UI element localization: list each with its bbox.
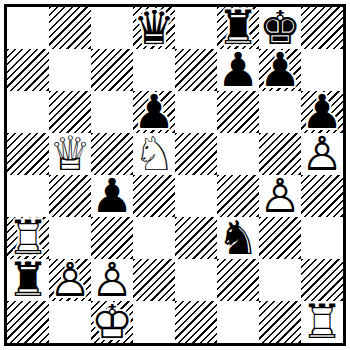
square-e4[interactable] xyxy=(175,175,217,217)
queen-glyph-outline: ♕ xyxy=(49,133,91,175)
square-b2[interactable]: ♟♙ xyxy=(49,259,91,301)
square-e8[interactable] xyxy=(175,7,217,49)
square-e5[interactable] xyxy=(175,133,217,175)
piece-black-king-g8[interactable]: ♚ xyxy=(259,7,301,49)
square-b1[interactable] xyxy=(49,301,91,343)
chessboard: ♛♜♚♟♟♟♟♛♕♞♘♟♙♟♟♙♜♖♞♜♟♙♟♙♚♔♜♖ xyxy=(7,7,343,343)
square-h2[interactable] xyxy=(301,259,343,301)
piece-black-rook-a2[interactable]: ♜ xyxy=(7,259,49,301)
square-g7[interactable]: ♟ xyxy=(259,49,301,91)
square-a6[interactable] xyxy=(7,91,49,133)
square-h8[interactable] xyxy=(301,7,343,49)
square-a3[interactable]: ♜♖ xyxy=(7,217,49,259)
square-c5[interactable] xyxy=(91,133,133,175)
square-h6[interactable]: ♟ xyxy=(301,91,343,133)
rook-glyph-fill: ♜ xyxy=(7,259,49,301)
square-h3[interactable] xyxy=(301,217,343,259)
square-a7[interactable] xyxy=(7,49,49,91)
square-b5[interactable]: ♛♕ xyxy=(49,133,91,175)
piece-white-queen-b5[interactable]: ♛♕ xyxy=(49,133,91,175)
square-g5[interactable] xyxy=(259,133,301,175)
square-e1[interactable] xyxy=(175,301,217,343)
rook-glyph-fill: ♜ xyxy=(217,7,259,49)
square-c2[interactable]: ♟♙ xyxy=(91,259,133,301)
piece-black-pawn-c4[interactable]: ♟ xyxy=(91,175,133,217)
square-a4[interactable] xyxy=(7,175,49,217)
piece-white-pawn-b2[interactable]: ♟♙ xyxy=(49,259,91,301)
square-c7[interactable] xyxy=(91,49,133,91)
square-c1[interactable]: ♚♔ xyxy=(91,301,133,343)
piece-black-knight-f3[interactable]: ♞ xyxy=(217,217,259,259)
board-border: ♛♜♚♟♟♟♟♛♕♞♘♟♙♟♟♙♜♖♞♜♟♙♟♙♚♔♜♖ xyxy=(4,4,346,346)
square-d2[interactable] xyxy=(133,259,175,301)
square-d4[interactable] xyxy=(133,175,175,217)
square-f4[interactable] xyxy=(217,175,259,217)
square-a2[interactable]: ♜ xyxy=(7,259,49,301)
square-f6[interactable] xyxy=(217,91,259,133)
pawn-glyph-fill: ♟ xyxy=(217,49,259,91)
pawn-glyph-outline: ♙ xyxy=(49,259,91,301)
square-f3[interactable]: ♞ xyxy=(217,217,259,259)
piece-white-rook-h1[interactable]: ♜♖ xyxy=(301,301,343,343)
square-h7[interactable] xyxy=(301,49,343,91)
square-d8[interactable]: ♛ xyxy=(133,7,175,49)
square-h4[interactable] xyxy=(301,175,343,217)
square-h1[interactable]: ♜♖ xyxy=(301,301,343,343)
square-f2[interactable] xyxy=(217,259,259,301)
square-h5[interactable]: ♟♙ xyxy=(301,133,343,175)
piece-white-pawn-c2[interactable]: ♟♙ xyxy=(91,259,133,301)
square-a8[interactable] xyxy=(7,7,49,49)
square-d3[interactable] xyxy=(133,217,175,259)
square-g8[interactable]: ♚ xyxy=(259,7,301,49)
piece-black-rook-f8[interactable]: ♜ xyxy=(217,7,259,49)
square-a5[interactable] xyxy=(7,133,49,175)
piece-white-rook-a3[interactable]: ♜♖ xyxy=(7,217,49,259)
pawn-glyph-fill: ♟ xyxy=(301,91,343,133)
piece-white-pawn-h5[interactable]: ♟♙ xyxy=(301,133,343,175)
square-e3[interactable] xyxy=(175,217,217,259)
pawn-glyph-fill: ♟ xyxy=(259,49,301,91)
queen-glyph-fill: ♛ xyxy=(133,7,175,49)
pawn-glyph-outline: ♙ xyxy=(91,259,133,301)
pawn-glyph-outline: ♙ xyxy=(259,175,301,217)
piece-white-knight-d5[interactable]: ♞♘ xyxy=(133,133,175,175)
pawn-glyph-fill: ♟ xyxy=(133,91,175,133)
square-c8[interactable] xyxy=(91,7,133,49)
square-f7[interactable]: ♟ xyxy=(217,49,259,91)
square-c3[interactable] xyxy=(91,217,133,259)
knight-glyph-outline: ♘ xyxy=(133,133,175,175)
piece-black-pawn-f7[interactable]: ♟ xyxy=(217,49,259,91)
piece-black-pawn-g7[interactable]: ♟ xyxy=(259,49,301,91)
square-b8[interactable] xyxy=(49,7,91,49)
knight-glyph-fill: ♞ xyxy=(217,217,259,259)
square-b7[interactable] xyxy=(49,49,91,91)
square-d1[interactable] xyxy=(133,301,175,343)
square-e2[interactable] xyxy=(175,259,217,301)
rook-glyph-outline: ♖ xyxy=(301,301,343,343)
square-c4[interactable]: ♟ xyxy=(91,175,133,217)
square-d7[interactable] xyxy=(133,49,175,91)
square-g6[interactable] xyxy=(259,91,301,133)
pawn-glyph-outline: ♙ xyxy=(301,133,343,175)
square-g3[interactable] xyxy=(259,217,301,259)
square-b3[interactable] xyxy=(49,217,91,259)
piece-black-pawn-h6[interactable]: ♟ xyxy=(301,91,343,133)
square-f5[interactable] xyxy=(217,133,259,175)
pawn-glyph-fill: ♟ xyxy=(91,175,133,217)
piece-white-king-c1[interactable]: ♚♔ xyxy=(91,301,133,343)
king-glyph-outline: ♔ xyxy=(91,301,133,343)
square-b4[interactable] xyxy=(49,175,91,217)
square-e6[interactable] xyxy=(175,91,217,133)
square-f8[interactable]: ♜ xyxy=(217,7,259,49)
square-c6[interactable] xyxy=(91,91,133,133)
piece-black-queen-d8[interactable]: ♛ xyxy=(133,7,175,49)
rook-glyph-outline: ♖ xyxy=(7,217,49,259)
square-f1[interactable] xyxy=(217,301,259,343)
king-glyph-fill: ♚ xyxy=(259,7,301,49)
piece-white-pawn-g4[interactable]: ♟♙ xyxy=(259,175,301,217)
square-g2[interactable] xyxy=(259,259,301,301)
square-g1[interactable] xyxy=(259,301,301,343)
square-d6[interactable]: ♟ xyxy=(133,91,175,133)
chess-diagram: ♛♜♚♟♟♟♟♛♕♞♘♟♙♟♟♙♜♖♞♜♟♙♟♙♚♔♜♖ xyxy=(0,0,350,350)
square-a1[interactable] xyxy=(7,301,49,343)
square-d5[interactable]: ♞♘ xyxy=(133,133,175,175)
square-e7[interactable] xyxy=(175,49,217,91)
square-b6[interactable] xyxy=(49,91,91,133)
square-g4[interactable]: ♟♙ xyxy=(259,175,301,217)
piece-black-pawn-d6[interactable]: ♟ xyxy=(133,91,175,133)
